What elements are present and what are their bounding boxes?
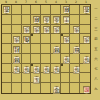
rank-label: 八 xyxy=(93,76,97,82)
board-cell[interactable] xyxy=(2,15,12,25)
board-cell[interactable] xyxy=(51,34,61,44)
piece-gold-4b[interactable]: 金 xyxy=(53,16,60,24)
board-cell[interactable] xyxy=(41,34,51,44)
board-cell[interactable] xyxy=(2,83,12,93)
star-point xyxy=(61,34,63,36)
board-cell[interactable] xyxy=(31,83,41,93)
piece-lance-9a[interactable]: 香 xyxy=(3,6,10,14)
board-cell[interactable] xyxy=(2,25,12,35)
board-cell[interactable] xyxy=(22,5,32,15)
file-label: 1 xyxy=(84,0,89,3)
board-cell[interactable] xyxy=(80,64,90,74)
board-cell[interactable] xyxy=(31,34,41,44)
piece-bishop-7d[interactable]: 角 xyxy=(23,36,30,44)
board-cell[interactable] xyxy=(70,34,80,44)
piece-silver-3a[interactable]: 銀 xyxy=(63,6,70,14)
board-cell[interactable] xyxy=(41,83,51,93)
piece-gold-5b[interactable]: 金 xyxy=(43,16,50,24)
star-point xyxy=(61,64,63,66)
rank-labels: 一二三四五六七八九 xyxy=(92,4,100,94)
shogi-diagram: 987654321 一二三四五六七八九 香銀香銀金金王歩歩歩歩歩歩角歩歩桂銀飛銀… xyxy=(0,0,100,100)
board-cell[interactable] xyxy=(70,83,80,93)
board-cell[interactable] xyxy=(12,15,22,25)
piece-lance-1a[interactable]: 香 xyxy=(83,6,90,14)
board-cell[interactable] xyxy=(12,25,22,35)
piece-knight-8e[interactable]: 桂 xyxy=(13,46,20,54)
piece-silver-6b[interactable]: 銀 xyxy=(33,16,40,24)
rank-label: 三 xyxy=(93,26,97,32)
board-cell[interactable] xyxy=(2,73,12,83)
rank-label: 七 xyxy=(93,66,97,72)
rank-label: 一 xyxy=(93,6,97,12)
board-cell[interactable] xyxy=(80,44,90,54)
board-cell[interactable] xyxy=(41,54,51,64)
piece-pawn-2g[interactable]: 歩 xyxy=(73,66,80,74)
board-cell[interactable] xyxy=(70,73,80,83)
piece-rook-2e[interactable]: 飛 xyxy=(73,46,80,54)
board-cell[interactable] xyxy=(22,83,32,93)
board-cell[interactable] xyxy=(22,44,32,54)
shogi-board: 香銀香銀金金王歩歩歩歩歩歩角歩歩桂銀飛銀歩歩歩歩歩歩歩歩玉金龍 xyxy=(1,4,91,94)
piece-pawn-3f[interactable]: 歩 xyxy=(63,56,70,64)
board-cell[interactable] xyxy=(31,54,41,64)
board-cell[interactable] xyxy=(31,5,41,15)
rank-label: 四 xyxy=(93,36,97,42)
board-cell[interactable] xyxy=(41,5,51,15)
piece-pawn-1d[interactable]: 歩 xyxy=(83,36,90,44)
file-label: 2 xyxy=(74,0,79,3)
piece-pawn-6c[interactable]: 歩 xyxy=(33,26,40,34)
rank-label: 九 xyxy=(93,86,97,92)
board-cell[interactable] xyxy=(12,83,22,93)
board-cell[interactable] xyxy=(51,54,61,64)
board-cell[interactable] xyxy=(51,73,61,83)
piece-pawn-6g[interactable]: 歩 xyxy=(33,66,40,74)
board-cell[interactable] xyxy=(12,5,22,15)
board-cell[interactable] xyxy=(2,34,12,44)
board-cell[interactable] xyxy=(2,44,12,54)
piece-pawn-8g[interactable]: 歩 xyxy=(13,66,20,74)
board-cell[interactable] xyxy=(70,5,80,15)
board-cell[interactable] xyxy=(12,73,22,83)
board-cell[interactable] xyxy=(22,54,32,64)
board-cell[interactable] xyxy=(41,73,51,83)
star-point xyxy=(31,34,33,36)
board-cell[interactable] xyxy=(70,15,80,25)
piece-promoted-rook-1i[interactable]: 龍 xyxy=(83,86,90,94)
board-cell[interactable] xyxy=(2,64,12,74)
piece-pawn-2c[interactable]: 歩 xyxy=(73,26,80,34)
piece-gold-4i[interactable]: 金 xyxy=(53,86,60,94)
board-cell[interactable] xyxy=(61,83,71,93)
board-cell[interactable] xyxy=(22,73,32,83)
board-cell[interactable] xyxy=(41,44,51,54)
board-cell[interactable] xyxy=(61,25,71,35)
rank-label: 二 xyxy=(93,16,97,22)
board-cell[interactable] xyxy=(31,44,41,54)
piece-king-3b[interactable]: 王 xyxy=(63,16,70,24)
piece-pawn-5g[interactable]: 歩 xyxy=(43,66,50,74)
piece-pawn-7g[interactable]: 歩 xyxy=(23,66,30,74)
board-cell[interactable] xyxy=(80,15,90,25)
board-cell[interactable] xyxy=(70,54,80,64)
star-point xyxy=(31,64,33,66)
piece-king-6h[interactable]: 玉 xyxy=(33,76,40,84)
board-cell[interactable] xyxy=(61,44,71,54)
piece-pawn-5c[interactable]: 歩 xyxy=(43,26,50,34)
file-label: 3 xyxy=(64,0,69,3)
piece-pawn-8d[interactable]: 歩 xyxy=(13,36,20,44)
file-label: 5 xyxy=(44,0,49,3)
file-label: 8 xyxy=(14,0,19,3)
piece-pawn-7c[interactable]: 歩 xyxy=(23,26,30,34)
rank-label: 六 xyxy=(93,56,97,62)
board-cell[interactable] xyxy=(2,54,12,64)
piece-pawn-3d[interactable]: 歩 xyxy=(63,36,70,44)
board-cell[interactable] xyxy=(80,25,90,35)
file-label: 9 xyxy=(4,0,9,3)
file-label: 7 xyxy=(24,0,29,3)
rank-label: 五 xyxy=(93,46,97,52)
file-label: 6 xyxy=(34,0,39,3)
piece-silver-4e[interactable]: 銀 xyxy=(53,46,60,54)
board-cell[interactable] xyxy=(80,73,90,83)
piece-pawn-1f[interactable]: 歩 xyxy=(83,56,90,64)
piece-pawn-4g[interactable]: 歩 xyxy=(53,66,60,74)
piece-silver-8f[interactable]: 銀 xyxy=(13,56,20,64)
file-label: 4 xyxy=(54,0,59,3)
board-cell[interactable] xyxy=(22,15,32,25)
board-cell[interactable] xyxy=(51,5,61,15)
board-cell[interactable] xyxy=(61,73,71,83)
piece-pawn-4c[interactable]: 歩 xyxy=(53,26,60,34)
